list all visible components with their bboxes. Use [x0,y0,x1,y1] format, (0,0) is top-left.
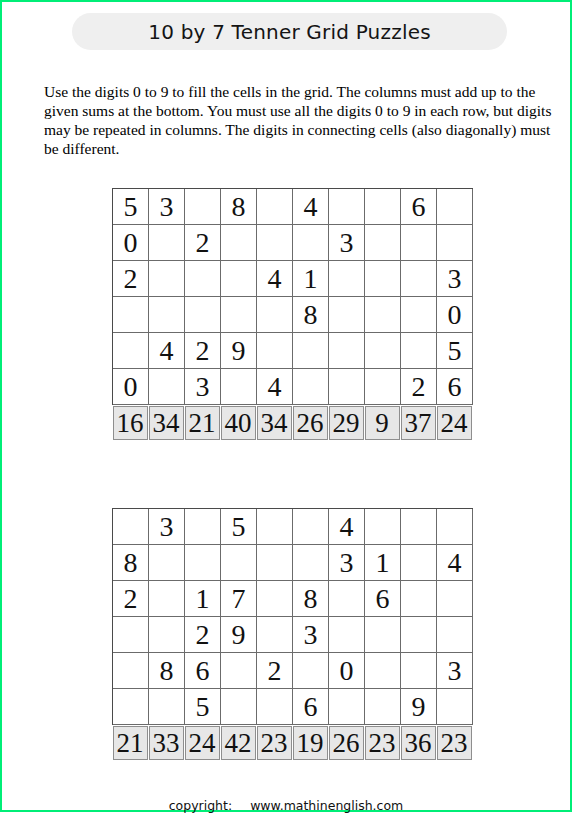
puzzle1-cell-r2c6[interactable] [293,225,329,261]
puzzle1-cell-r4c3[interactable] [185,297,221,333]
puzzle2-cell-r4c1[interactable] [113,617,149,653]
puzzle2-cell-r2c2[interactable] [149,545,185,581]
puzzle-2-cells: 35483142178629386203569 [112,508,473,725]
puzzle1-cell-r4c2[interactable] [149,297,185,333]
puzzle-grid-2: 35483142178629386203569 2133244223192623… [112,508,473,760]
puzzle2-cell-r2c8: 1 [365,545,401,581]
puzzle2-sum-c7: 26 [329,726,364,760]
puzzle2-cell-r6c5[interactable] [257,689,293,725]
footer: copyright:www.mathinenglish.com [2,798,570,813]
puzzle1-cell-r5c5[interactable] [257,333,293,369]
puzzle2-cell-r6c10[interactable] [437,689,473,725]
puzzle1-sum-c5: 34 [257,406,292,440]
puzzle2-sum-c5: 23 [257,726,292,760]
puzzle1-cell-r5c4: 9 [221,333,257,369]
puzzle1-cell-r5c2: 4 [149,333,185,369]
puzzle2-cell-r1c8[interactable] [365,509,401,545]
puzzle1-cell-r5c9[interactable] [401,333,437,369]
puzzle2-cell-r4c3: 2 [185,617,221,653]
puzzle1-sum-c3: 21 [185,406,220,440]
puzzle2-cell-r3c10[interactable] [437,581,473,617]
puzzle1-cell-r4c5[interactable] [257,297,293,333]
puzzle-grid-1: 53846023241380429503426 1634214034262993… [112,188,473,440]
puzzle1-cell-r1c5[interactable] [257,189,293,225]
puzzle2-cell-r3c4: 7 [221,581,257,617]
puzzle1-cell-r2c2[interactable] [149,225,185,261]
puzzle2-cell-r4c5[interactable] [257,617,293,653]
puzzle2-sum-c1: 21 [113,726,148,760]
puzzle1-sum-c2: 34 [149,406,184,440]
puzzle1-cell-r1c8[interactable] [365,189,401,225]
copyright-label: copyright: [169,798,232,813]
puzzle2-sum-c3: 24 [185,726,220,760]
puzzle1-sum-c8: 9 [365,406,400,440]
puzzle2-cell-r4c2[interactable] [149,617,185,653]
puzzle2-cell-r2c7: 3 [329,545,365,581]
puzzle1-sum-c4: 40 [221,406,256,440]
puzzle2-sum-c4: 42 [221,726,256,760]
puzzle2-cell-r1c4: 5 [221,509,257,545]
puzzle1-cell-r6c3: 3 [185,369,221,405]
puzzle2-sum-c6: 19 [293,726,328,760]
title-banner: 10 by 7 Tenner Grid Puzzles [72,13,507,50]
puzzle1-sum-c6: 26 [293,406,328,440]
puzzle2-cell-r5c4[interactable] [221,653,257,689]
puzzle1-cell-r4c6: 8 [293,297,329,333]
puzzle1-cell-r2c8[interactable] [365,225,401,261]
puzzle2-cell-r1c1[interactable] [113,509,149,545]
puzzle1-cell-r1c10[interactable] [437,189,473,225]
puzzle2-cell-r4c4: 9 [221,617,257,653]
puzzle1-cell-r3c7[interactable] [329,261,365,297]
puzzle1-cell-r1c3[interactable] [185,189,221,225]
puzzle2-cell-r5c9[interactable] [401,653,437,689]
puzzle1-cell-r4c10: 0 [437,297,473,333]
puzzle1-cell-r1c2: 3 [149,189,185,225]
puzzle2-cell-r5c2: 8 [149,653,185,689]
puzzle2-cell-r5c3: 6 [185,653,221,689]
puzzle1-cell-r5c1[interactable] [113,333,149,369]
puzzle2-cell-r4c8[interactable] [365,617,401,653]
puzzle1-cell-r2c9[interactable] [401,225,437,261]
puzzle2-cell-r5c5: 2 [257,653,293,689]
puzzle2-cell-r3c7[interactable] [329,581,365,617]
puzzle-2-column-sums: 21332442231926233623 [112,726,472,760]
puzzle1-cell-r2c1: 0 [113,225,149,261]
puzzle1-cell-r6c2[interactable] [149,369,185,405]
puzzle2-cell-r1c5[interactable] [257,509,293,545]
puzzle2-cell-r3c2[interactable] [149,581,185,617]
puzzle2-cell-r2c4[interactable] [221,545,257,581]
puzzle2-cell-r4c6: 3 [293,617,329,653]
instructions-text: Use the digits 0 to 9 to fill the cells … [44,82,552,158]
puzzle1-cell-r6c9: 2 [401,369,437,405]
puzzle1-sum-c1: 16 [113,406,148,440]
puzzle2-sum-c9: 36 [401,726,436,760]
puzzle2-cell-r2c5[interactable] [257,545,293,581]
puzzle2-cell-r4c9[interactable] [401,617,437,653]
puzzle-1-cells: 53846023241380429503426 [112,188,473,405]
puzzle2-cell-r3c8: 6 [365,581,401,617]
puzzle1-cell-r6c6[interactable] [293,369,329,405]
puzzle1-cell-r4c8[interactable] [365,297,401,333]
puzzle1-cell-r6c5: 4 [257,369,293,405]
puzzle1-cell-r3c5: 4 [257,261,293,297]
puzzle1-cell-r1c4: 8 [221,189,257,225]
puzzle-1-column-sums: 1634214034262993724 [112,406,472,440]
puzzle2-cell-r6c1[interactable] [113,689,149,725]
puzzle1-cell-r1c6: 4 [293,189,329,225]
puzzle2-cell-r5c6[interactable] [293,653,329,689]
puzzle2-cell-r3c6: 8 [293,581,329,617]
puzzle2-cell-r1c10[interactable] [437,509,473,545]
puzzle1-cell-r4c4[interactable] [221,297,257,333]
puzzle2-cell-r6c7[interactable] [329,689,365,725]
puzzle2-cell-r5c1[interactable] [113,653,149,689]
puzzle1-cell-r4c7[interactable] [329,297,365,333]
puzzle2-cell-r4c10[interactable] [437,617,473,653]
puzzle1-cell-r2c7: 3 [329,225,365,261]
worksheet-page: 10 by 7 Tenner Grid Puzzles Use the digi… [0,0,572,812]
puzzle2-cell-r6c2[interactable] [149,689,185,725]
puzzle1-cell-r2c5[interactable] [257,225,293,261]
puzzle2-cell-r1c3[interactable] [185,509,221,545]
puzzle2-cell-r2c9[interactable] [401,545,437,581]
puzzle2-cell-r2c6[interactable] [293,545,329,581]
puzzle1-cell-r3c10: 3 [437,261,473,297]
puzzle1-sum-c7: 29 [329,406,364,440]
puzzle2-cell-r1c7: 4 [329,509,365,545]
puzzle1-cell-r5c8[interactable] [365,333,401,369]
puzzle1-cell-r3c3[interactable] [185,261,221,297]
puzzle1-cell-r3c6: 1 [293,261,329,297]
puzzle1-cell-r3c9[interactable] [401,261,437,297]
puzzle1-cell-r3c1: 2 [113,261,149,297]
puzzle1-cell-r1c9: 6 [401,189,437,225]
puzzle1-cell-r5c3: 2 [185,333,221,369]
puzzle1-cell-r3c2[interactable] [149,261,185,297]
puzzle2-cell-r1c6[interactable] [293,509,329,545]
puzzle2-cell-r3c1: 2 [113,581,149,617]
puzzle2-cell-r4c7[interactable] [329,617,365,653]
puzzle2-cell-r6c9: 9 [401,689,437,725]
puzzle1-cell-r5c6[interactable] [293,333,329,369]
puzzle1-cell-r5c7[interactable] [329,333,365,369]
puzzle2-cell-r3c3: 1 [185,581,221,617]
puzzle1-cell-r4c9[interactable] [401,297,437,333]
puzzle2-cell-r5c10: 3 [437,653,473,689]
puzzle2-cell-r6c8[interactable] [365,689,401,725]
website-text: www.mathinenglish.com [250,798,403,813]
puzzle1-sum-c10: 24 [437,406,472,440]
puzzle1-cell-r1c7[interactable] [329,189,365,225]
puzzle1-cell-r6c7[interactable] [329,369,365,405]
puzzle2-sum-c8: 23 [365,726,400,760]
puzzle2-cell-r3c9[interactable] [401,581,437,617]
puzzle2-cell-r6c6: 6 [293,689,329,725]
puzzle2-cell-r2c3[interactable] [185,545,221,581]
puzzle2-cell-r2c10: 4 [437,545,473,581]
puzzle2-cell-r1c2: 3 [149,509,185,545]
puzzle1-cell-r5c10: 5 [437,333,473,369]
puzzle2-sum-c10: 23 [437,726,472,760]
puzzle2-cell-r6c4[interactable] [221,689,257,725]
puzzle2-cell-r6c3: 5 [185,689,221,725]
puzzle2-cell-r3c5[interactable] [257,581,293,617]
puzzle2-cell-r5c8[interactable] [365,653,401,689]
puzzle1-cell-r1c1: 5 [113,189,149,225]
puzzle1-cell-r4c1[interactable] [113,297,149,333]
puzzle1-cell-r6c8[interactable] [365,369,401,405]
puzzle2-sum-c2: 33 [149,726,184,760]
puzzle1-cell-r6c1: 0 [113,369,149,405]
page-title: 10 by 7 Tenner Grid Puzzles [148,20,431,44]
puzzle1-cell-r3c8[interactable] [365,261,401,297]
puzzle1-cell-r2c3: 2 [185,225,221,261]
puzzle1-cell-r3c4[interactable] [221,261,257,297]
puzzle2-cell-r5c7: 0 [329,653,365,689]
puzzle1-cell-r2c4[interactable] [221,225,257,261]
puzzle1-cell-r6c10: 6 [437,369,473,405]
puzzle1-cell-r2c10[interactable] [437,225,473,261]
puzzle2-cell-r1c9[interactable] [401,509,437,545]
puzzle2-cell-r2c1: 8 [113,545,149,581]
puzzle1-cell-r6c4[interactable] [221,369,257,405]
puzzle1-sum-c9: 37 [401,406,436,440]
